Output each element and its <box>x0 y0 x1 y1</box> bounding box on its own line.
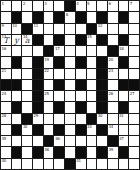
cell-14-8[interactable] <box>87 159 97 169</box>
cell-13-6[interactable] <box>65 147 75 157</box>
clue-number: 37 <box>119 136 124 141</box>
cell-6-4[interactable]: 22 <box>44 69 54 79</box>
black-cell-1-3 <box>33 12 43 22</box>
cell-2-9[interactable]: 12 <box>97 24 107 34</box>
cell-5-10[interactable]: 20 <box>108 57 118 67</box>
clue-number: 35 <box>2 136 7 141</box>
cell-12-12[interactable] <box>129 136 139 146</box>
cell-7-10[interactable] <box>108 80 118 90</box>
cell-13-10[interactable]: 39 <box>108 147 118 157</box>
cell-2-1[interactable]: 10 <box>12 24 22 34</box>
black-cell-9-1 <box>12 102 22 112</box>
filled-letter: T <box>1 36 11 45</box>
cell-9-2[interactable] <box>22 102 32 112</box>
cell-3-12[interactable] <box>129 35 139 45</box>
cell-7-8[interactable] <box>87 80 97 90</box>
cell-2-5[interactable] <box>54 24 64 34</box>
black-cell-12-10 <box>108 136 118 146</box>
clue-number: 15 <box>87 34 92 39</box>
cell-0-8[interactable]: 5 <box>87 1 97 11</box>
cell-2-7[interactable] <box>76 24 86 34</box>
cell-5-6[interactable] <box>65 57 75 67</box>
cell-9-4[interactable] <box>44 102 54 112</box>
cell-14-3[interactable] <box>33 159 43 169</box>
cell-14-5[interactable] <box>54 159 64 169</box>
cell-4-1[interactable] <box>12 46 22 56</box>
black-cell-9-3 <box>33 102 43 112</box>
cell-3-4[interactable] <box>44 35 54 45</box>
cell-7-4[interactable] <box>44 80 54 90</box>
cell-2-4[interactable] <box>44 24 54 34</box>
clue-number: 24 <box>2 91 7 96</box>
cell-5-8[interactable] <box>87 57 97 67</box>
clue-number: 22 <box>44 68 49 73</box>
black-cell-4-4 <box>44 46 54 56</box>
black-cell-13-11 <box>119 147 129 157</box>
cell-0-0[interactable]: 1 <box>1 1 11 11</box>
cell-10-6[interactable] <box>65 114 75 124</box>
cell-6-6[interactable] <box>65 69 75 79</box>
cell-14-10[interactable] <box>108 159 118 169</box>
cell-3-8[interactable]: 15 <box>87 35 97 45</box>
cell-8-6[interactable] <box>65 91 75 101</box>
black-cell-7-11 <box>119 80 129 90</box>
cell-12-7[interactable] <box>76 136 86 146</box>
black-cell-7-5 <box>54 80 64 90</box>
black-cell-5-7 <box>76 57 86 67</box>
black-cell-5-11 <box>119 57 129 67</box>
black-cell-11-5 <box>54 125 64 135</box>
black-cell-1-1 <box>12 12 22 22</box>
black-cell-5-5 <box>54 57 64 67</box>
black-cell-8-3 <box>33 91 43 101</box>
cell-12-5[interactable]: 36 <box>54 136 64 146</box>
cell-0-11[interactable] <box>119 1 129 11</box>
clue-number: 30 <box>98 113 103 118</box>
cell-0-9[interactable] <box>97 1 107 11</box>
cell-3-10[interactable] <box>108 35 118 45</box>
black-cell-5-9 <box>97 57 107 67</box>
cell-2-10[interactable] <box>108 24 118 34</box>
clue-number: 4 <box>76 1 78 6</box>
black-cell-9-7 <box>76 102 86 112</box>
cell-4-9[interactable] <box>97 46 107 56</box>
cell-1-8[interactable] <box>87 12 97 22</box>
clue-number: 31 <box>119 113 124 118</box>
cell-0-2[interactable]: 2 <box>22 1 32 11</box>
black-cell-7-0 <box>1 80 11 90</box>
black-cell-2-2 <box>22 24 32 34</box>
cell-0-7[interactable]: 4 <box>76 1 86 11</box>
black-cell-3-9 <box>97 35 107 45</box>
clue-number: 28 <box>2 113 7 118</box>
cell-14-1[interactable] <box>12 159 22 169</box>
cell-13-12[interactable] <box>129 147 139 157</box>
black-cell-12-4 <box>44 136 54 146</box>
clue-number: 32 <box>23 124 28 129</box>
clue-number: 3 <box>44 1 46 6</box>
cell-12-3[interactable] <box>33 136 43 146</box>
black-cell-10-2 <box>22 114 32 124</box>
cell-11-6[interactable] <box>65 125 75 135</box>
cell-10-12[interactable] <box>129 114 139 124</box>
cell-0-1[interactable] <box>12 1 22 11</box>
cell-0-5[interactable] <box>54 1 64 11</box>
cell-6-5[interactable] <box>54 69 64 79</box>
clue-number: 23 <box>108 68 113 73</box>
cell-12-11[interactable]: 37 <box>119 136 129 146</box>
cell-13-8[interactable] <box>87 147 97 157</box>
black-cell-3-11 <box>119 35 129 45</box>
cell-8-0[interactable]: 24 <box>1 91 11 101</box>
black-cell-8-9 <box>97 91 107 101</box>
clue-number: 20 <box>108 57 113 62</box>
cell-10-10[interactable] <box>108 114 118 124</box>
cell-7-6[interactable] <box>65 80 75 90</box>
black-cell-6-3 <box>33 69 43 79</box>
cell-0-3[interactable] <box>33 1 43 11</box>
cell-1-2[interactable] <box>22 12 32 22</box>
black-cell-3-3 <box>33 35 43 45</box>
clue-number: 5 <box>87 1 89 6</box>
clue-number: 8 <box>66 12 68 17</box>
cell-6-11[interactable] <box>119 69 129 79</box>
black-cell-4-10 <box>108 46 118 56</box>
cell-10-4[interactable] <box>44 114 54 124</box>
cell-3-1[interactable]: y <box>12 35 22 45</box>
cell-10-9[interactable]: 30 <box>97 114 107 124</box>
black-cell-13-5 <box>54 147 64 157</box>
black-cell-13-1 <box>12 147 22 157</box>
cell-4-7[interactable] <box>76 46 86 56</box>
black-cell-7-9 <box>97 80 107 90</box>
clue-number: 17 <box>55 46 60 51</box>
clue-number: 29 <box>34 113 39 118</box>
cell-4-5[interactable]: 17 <box>54 46 64 56</box>
black-cell-10-8 <box>87 114 97 124</box>
cell-14-11[interactable] <box>119 159 129 169</box>
cell-9-0[interactable] <box>1 102 11 112</box>
cell-11-8[interactable]: 33 <box>87 125 97 135</box>
cell-8-2[interactable] <box>22 91 32 101</box>
clue-number: 36 <box>55 136 60 141</box>
cell-14-12[interactable] <box>129 159 139 169</box>
cell-4-0[interactable]: 16 <box>1 46 11 56</box>
cell-5-12[interactable] <box>129 57 139 67</box>
black-cell-14-6 <box>65 159 75 169</box>
cell-10-11[interactable]: 31 <box>119 114 129 124</box>
clue-number: 41 <box>76 158 81 163</box>
cell-7-2[interactable] <box>22 80 32 90</box>
black-cell-11-3 <box>33 125 43 135</box>
filled-letter: a <box>22 36 32 45</box>
clue-number: 9 <box>2 23 4 28</box>
cell-14-2[interactable] <box>22 159 32 169</box>
cell-11-10[interactable]: 34 <box>108 125 118 135</box>
clue-number: 21 <box>2 68 7 73</box>
clue-number: 7 <box>130 1 132 6</box>
cell-4-8[interactable] <box>87 46 97 56</box>
cell-1-0[interactable] <box>1 12 11 22</box>
cell-1-10[interactable] <box>108 12 118 22</box>
black-cell-2-8 <box>87 24 97 34</box>
cell-8-11[interactable] <box>119 91 129 101</box>
clue-number: 18 <box>119 46 124 51</box>
cell-0-10[interactable]: 6 <box>108 1 118 11</box>
cell-8-8[interactable] <box>87 91 97 101</box>
cell-1-6[interactable]: 8 <box>65 12 75 22</box>
cell-2-3[interactable]: 11 <box>33 24 43 34</box>
cell-3-2[interactable]: 14a <box>22 35 32 45</box>
cell-14-4[interactable] <box>44 159 54 169</box>
cell-11-12[interactable] <box>129 125 139 135</box>
clue-number: 25 <box>44 91 49 96</box>
cell-14-7[interactable]: 41 <box>76 159 86 169</box>
clue-number: 26 <box>108 91 113 96</box>
cell-13-0[interactable] <box>1 147 11 157</box>
cell-13-4[interactable]: 38 <box>44 147 54 157</box>
cell-12-6[interactable] <box>65 136 75 146</box>
black-cell-13-7 <box>76 147 86 157</box>
cell-8-1[interactable] <box>12 91 22 101</box>
cell-9-10[interactable] <box>108 102 118 112</box>
cell-13-2[interactable] <box>22 147 32 157</box>
black-cell-0-6 <box>65 1 75 11</box>
cell-6-0[interactable]: 21 <box>1 69 11 79</box>
clue-number: 38 <box>44 147 49 152</box>
black-cell-1-7 <box>76 12 86 22</box>
cell-10-7[interactable] <box>76 114 86 124</box>
cell-6-1[interactable] <box>12 69 22 79</box>
black-cell-13-9 <box>97 147 107 157</box>
cell-2-12[interactable] <box>129 24 139 34</box>
cell-6-12[interactable] <box>129 69 139 79</box>
cell-12-9[interactable] <box>97 136 107 146</box>
clue-number: 34 <box>108 124 113 129</box>
cell-10-5[interactable] <box>54 114 64 124</box>
black-cell-6-9 <box>97 69 107 79</box>
black-cell-7-1 <box>12 80 22 90</box>
black-cell-3-7 <box>76 35 86 45</box>
crossword-board: 12345678910111213Ty14a151617181920212223… <box>0 0 140 170</box>
cell-8-5[interactable] <box>54 91 64 101</box>
black-cell-7-3 <box>33 80 43 90</box>
black-cell-7-12 <box>129 80 139 90</box>
cell-9-6[interactable] <box>65 102 75 112</box>
black-cell-9-9 <box>97 102 107 112</box>
black-cell-13-3 <box>33 147 43 157</box>
black-cell-1-5 <box>54 12 64 22</box>
clue-number: 10 <box>12 23 17 28</box>
cell-4-12[interactable] <box>129 46 139 56</box>
black-cell-5-1 <box>12 57 22 67</box>
cell-5-0[interactable] <box>1 57 11 67</box>
cell-11-2[interactable]: 32 <box>22 125 32 135</box>
cell-1-4[interactable] <box>44 12 54 22</box>
cell-11-0[interactable] <box>1 125 11 135</box>
cell-4-6[interactable] <box>65 46 75 56</box>
clue-number: 16 <box>2 46 7 51</box>
cell-4-11[interactable]: 18 <box>119 46 129 56</box>
black-cell-5-3 <box>33 57 43 67</box>
filled-letter: y <box>12 36 22 45</box>
black-cell-9-5 <box>54 102 64 112</box>
cell-5-2[interactable] <box>22 57 32 67</box>
black-cell-11-7 <box>76 125 86 135</box>
clue-number: 2 <box>23 1 25 6</box>
black-cell-1-9 <box>97 12 107 22</box>
black-cell-7-7 <box>76 80 86 90</box>
clue-number: 33 <box>87 124 92 129</box>
clue-number: 12 <box>98 23 103 28</box>
cell-2-11[interactable] <box>119 24 129 34</box>
cell-9-12[interactable] <box>129 102 139 112</box>
clue-number: 27 <box>130 91 135 96</box>
black-cell-11-1 <box>12 125 22 135</box>
cell-8-4[interactable]: 25 <box>44 91 54 101</box>
cell-10-0[interactable]: 28 <box>1 114 11 124</box>
black-cell-9-11 <box>119 102 129 112</box>
clue-number: 6 <box>108 1 110 6</box>
crossword-app: 12345678910111213Ty14a151617181920212223… <box>0 0 140 170</box>
cell-9-8[interactable] <box>87 102 97 112</box>
cell-14-0[interactable]: 40 <box>1 159 11 169</box>
black-cell-3-5 <box>54 35 64 45</box>
cell-6-8[interactable] <box>87 69 97 79</box>
cell-6-2[interactable] <box>22 69 32 79</box>
cell-3-0[interactable]: 13T <box>1 35 11 45</box>
clue-number: 19 <box>44 57 49 62</box>
cell-4-3[interactable] <box>33 46 43 56</box>
clue-number: 39 <box>108 147 113 152</box>
clue-number: 11 <box>34 23 39 28</box>
cell-12-1[interactable] <box>12 136 22 146</box>
cell-10-1[interactable] <box>12 114 22 124</box>
cell-14-9[interactable] <box>97 159 107 169</box>
cell-12-0[interactable]: 35 <box>1 136 11 146</box>
black-cell-11-9 <box>97 125 107 135</box>
cell-10-3[interactable]: 29 <box>33 114 43 124</box>
cell-6-10[interactable]: 23 <box>108 69 118 79</box>
cell-8-10[interactable]: 26 <box>108 91 118 101</box>
cell-4-2[interactable] <box>22 46 32 56</box>
clue-number: 40 <box>2 158 7 163</box>
cell-11-11[interactable] <box>119 125 129 135</box>
cell-3-6[interactable] <box>65 35 75 45</box>
cell-8-7[interactable] <box>76 91 86 101</box>
cell-5-4[interactable]: 19 <box>44 57 54 67</box>
cell-12-2[interactable] <box>22 136 32 146</box>
cell-11-4[interactable] <box>44 125 54 135</box>
cell-8-12[interactable]: 27 <box>129 91 139 101</box>
cell-1-12[interactable] <box>129 12 139 22</box>
cell-0-4[interactable]: 3 <box>44 1 54 11</box>
clue-number: 1 <box>2 1 4 6</box>
cell-0-12[interactable]: 7 <box>129 1 139 11</box>
cell-2-6[interactable] <box>65 24 75 34</box>
cell-6-7[interactable] <box>76 69 86 79</box>
cell-2-0[interactable]: 9 <box>1 24 11 34</box>
cell-12-8[interactable] <box>87 136 97 146</box>
black-cell-1-11 <box>119 12 129 22</box>
